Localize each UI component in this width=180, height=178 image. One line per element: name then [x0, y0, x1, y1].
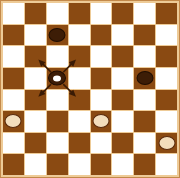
board-square-r5c6[interactable] [112, 90, 133, 111]
board-square-r6c4[interactable] [69, 111, 90, 132]
board-square-r6c3[interactable] [47, 111, 68, 132]
board-square-r7c8[interactable] [156, 133, 177, 154]
board-square-r8c7[interactable] [134, 154, 155, 175]
board-square-r8c4[interactable] [69, 154, 90, 175]
board-square-r7c3[interactable] [47, 133, 68, 154]
board-square-r8c1[interactable] [3, 154, 24, 175]
light-man-piece[interactable] [5, 114, 22, 128]
board-square-r6c6[interactable] [112, 111, 133, 132]
board-square-r4c8[interactable] [156, 68, 177, 89]
board-square-r6c7[interactable] [134, 111, 155, 132]
board-square-r1c5[interactable] [91, 3, 112, 24]
board-square-r1c2[interactable] [25, 3, 46, 24]
board-square-r5c1[interactable] [3, 90, 24, 111]
board-square-r6c1[interactable] [3, 111, 24, 132]
board-square-r5c5[interactable] [91, 90, 112, 111]
board-square-r3c4[interactable] [69, 46, 90, 67]
board-square-r6c2[interactable] [25, 111, 46, 132]
dark-king-piece[interactable] [48, 71, 66, 86]
board-square-r7c6[interactable] [112, 133, 133, 154]
light-man-piece[interactable] [92, 114, 109, 128]
board-square-r5c8[interactable] [156, 90, 177, 111]
board-square-r4c5[interactable] [91, 68, 112, 89]
board-square-r3c1[interactable] [3, 46, 24, 67]
board-square-r1c6[interactable] [112, 3, 133, 24]
board-square-r8c6[interactable] [112, 154, 133, 175]
checkers-board [0, 0, 180, 178]
board-square-r3c5[interactable] [91, 46, 112, 67]
board-square-r7c7[interactable] [134, 133, 155, 154]
board-square-r3c8[interactable] [156, 46, 177, 67]
screenshot-root [0, 0, 180, 178]
king-center-dot [53, 75, 61, 81]
board-square-r2c2[interactable] [25, 25, 46, 46]
board-square-r1c8[interactable] [156, 3, 177, 24]
board-square-r4c2[interactable] [25, 68, 46, 89]
light-man-piece[interactable] [158, 136, 175, 150]
board-square-r3c2[interactable] [25, 46, 46, 67]
board-square-r5c7[interactable] [134, 90, 155, 111]
board-square-r3c7[interactable] [134, 46, 155, 67]
board-square-r2c1[interactable] [3, 25, 24, 46]
board-square-r4c6[interactable] [112, 68, 133, 89]
dark-man-piece[interactable] [136, 71, 153, 85]
board-square-r5c3[interactable] [47, 90, 68, 111]
board-square-r7c1[interactable] [3, 133, 24, 154]
board-square-r4c4[interactable] [69, 68, 90, 89]
board-square-r2c4[interactable] [69, 25, 90, 46]
board-square-r1c1[interactable] [3, 3, 24, 24]
board-square-r3c6[interactable] [112, 46, 133, 67]
board-square-r2c6[interactable] [112, 25, 133, 46]
board-square-r7c2[interactable] [25, 133, 46, 154]
board-square-r7c4[interactable] [69, 133, 90, 154]
board-square-r4c3[interactable] [47, 68, 68, 89]
board-square-r7c5[interactable] [91, 133, 112, 154]
board-square-r3c3[interactable] [47, 46, 68, 67]
board-square-r1c4[interactable] [69, 3, 90, 24]
board-square-r1c3[interactable] [47, 3, 68, 24]
dark-man-piece[interactable] [49, 28, 66, 42]
board-square-r5c4[interactable] [69, 90, 90, 111]
board-square-r6c8[interactable] [156, 111, 177, 132]
board-square-r8c5[interactable] [91, 154, 112, 175]
board-square-r4c1[interactable] [3, 68, 24, 89]
board-square-r2c7[interactable] [134, 25, 155, 46]
board-square-r2c5[interactable] [91, 25, 112, 46]
board-square-r2c8[interactable] [156, 25, 177, 46]
board-square-r8c8[interactable] [156, 154, 177, 175]
board-square-r6c5[interactable] [91, 111, 112, 132]
board-square-r4c7[interactable] [134, 68, 155, 89]
board-square-r5c2[interactable] [25, 90, 46, 111]
board-square-r8c2[interactable] [25, 154, 46, 175]
board-square-r1c7[interactable] [134, 3, 155, 24]
board-square-r2c3[interactable] [47, 25, 68, 46]
board-square-r8c3[interactable] [47, 154, 68, 175]
